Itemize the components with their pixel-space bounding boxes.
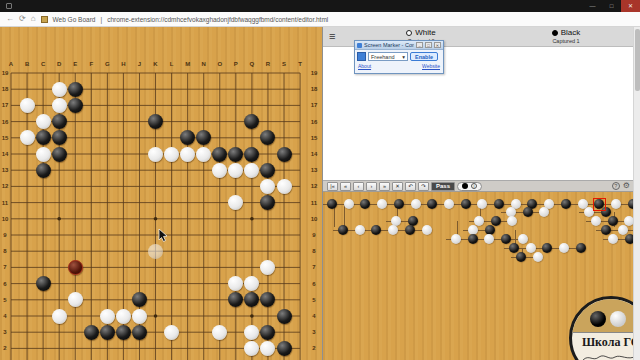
nav-button-4[interactable]: » — [379, 182, 390, 191]
black-stone-icon — [552, 30, 558, 36]
pass-button[interactable]: Pass — [431, 182, 455, 191]
col-label: K — [153, 61, 157, 67]
tree-move-node[interactable] — [394, 199, 404, 209]
tree-move-node[interactable] — [411, 199, 421, 209]
tree-move-node[interactable] — [388, 225, 398, 235]
black-stone — [277, 341, 292, 356]
white-stone — [244, 163, 259, 178]
black-stone — [68, 82, 83, 97]
row-label: 13 — [311, 167, 318, 173]
back-icon[interactable]: ← — [6, 15, 14, 23]
tree-move-node[interactable] — [371, 225, 381, 235]
row-label: 6 — [3, 281, 6, 287]
black-stone — [52, 147, 67, 162]
row-label: 15 — [2, 135, 9, 141]
home-icon[interactable]: ⌂ — [31, 15, 36, 23]
black-stone — [100, 325, 115, 340]
black-stone — [277, 309, 292, 324]
black-stone — [132, 325, 147, 340]
tree-move-node[interactable] — [477, 199, 487, 209]
row-label: 2 — [3, 345, 6, 351]
black-stone — [52, 130, 67, 145]
white-stone — [164, 325, 179, 340]
website-link[interactable]: Website — [422, 63, 440, 69]
row-label: 10 — [2, 216, 9, 222]
black-stone — [68, 98, 83, 113]
tree-move-node[interactable] — [561, 199, 571, 209]
tree-move-node[interactable] — [624, 216, 633, 226]
tree-move-node[interactable] — [608, 234, 618, 244]
tree-move-node[interactable] — [576, 243, 586, 253]
tree-move-node[interactable] — [344, 199, 354, 209]
board-grid — [0, 27, 322, 360]
row-label: 19 — [2, 70, 9, 76]
row-label: 10 — [311, 216, 318, 222]
info-icon[interactable]: i — [471, 183, 477, 189]
chevron-down-icon: ▾ — [402, 54, 405, 60]
tree-move-node[interactable] — [601, 225, 611, 235]
tree-move-node[interactable] — [422, 225, 432, 235]
row-label: 16 — [311, 119, 318, 125]
nav-button-2[interactable]: ‹ — [353, 182, 364, 191]
col-label: Q — [250, 61, 255, 67]
dialog-maximize-button[interactable]: □ — [425, 42, 432, 48]
marked-black-stone — [68, 260, 83, 275]
dialog-titlebar[interactable]: Screen Marker - Con... – □ ✕ — [355, 41, 443, 50]
page-content: AABBCCDDEEFFGGHHJJKKLLMMNNOOPPQQRRSSTT19… — [0, 27, 640, 360]
black-stone — [244, 147, 259, 162]
color-swatch[interactable] — [357, 52, 366, 61]
url-separator: | — [100, 16, 102, 23]
white-stone — [116, 309, 131, 324]
tree-move-node[interactable] — [611, 199, 621, 209]
redo-button[interactable]: ↷ — [418, 182, 429, 191]
tree-move-node[interactable] — [461, 199, 471, 209]
col-label: T — [298, 61, 302, 67]
tree-move-node[interactable] — [618, 225, 628, 235]
white-stone — [132, 309, 147, 324]
white-stone — [164, 147, 179, 162]
row-label: 19 — [311, 70, 318, 76]
row-label: 4 — [312, 313, 315, 319]
row-label: 16 — [2, 119, 9, 125]
dialog-title: Screen Marker - Con... — [364, 42, 414, 48]
tree-move-node[interactable] — [451, 234, 461, 244]
logo-text: Школа ГО — [572, 335, 633, 350]
white-stone — [20, 130, 35, 145]
tree-move-node[interactable] — [516, 252, 526, 262]
row-label: 7 — [312, 264, 315, 270]
ghost-white-stone — [148, 244, 163, 259]
undo-button[interactable]: ↶ — [405, 182, 416, 191]
maximize-button[interactable]: □ — [602, 0, 621, 12]
go-board[interactable]: AABBCCDDEEFFGGHHJJKKLLMMNNOOPPQQRRSSTT19… — [0, 27, 322, 360]
tree-move-node[interactable] — [338, 225, 348, 235]
col-label: R — [266, 61, 270, 67]
col-label: B — [25, 61, 29, 67]
col-label: H — [121, 61, 125, 67]
tree-move-node[interactable] — [523, 207, 533, 217]
tree-move-node[interactable] — [625, 234, 633, 244]
white-stone-icon — [406, 30, 412, 36]
white-stone — [20, 98, 35, 113]
white-stone — [52, 82, 67, 97]
gear-icon[interactable]: ⚙ — [623, 182, 630, 190]
black-stone — [277, 147, 292, 162]
row-label: 5 — [312, 297, 315, 303]
help-icon[interactable]: ? — [612, 182, 620, 190]
tree-move-node[interactable] — [494, 199, 504, 209]
row-label: 3 — [312, 329, 315, 335]
row-label: 8 — [312, 248, 315, 254]
col-label: D — [57, 61, 61, 67]
tree-move-node[interactable] — [509, 243, 519, 253]
col-label: J — [138, 61, 141, 67]
reload-icon[interactable]: ⟳ — [19, 15, 26, 23]
col-label: S — [282, 61, 286, 67]
black-stone — [116, 325, 131, 340]
tree-move-node[interactable] — [591, 216, 601, 226]
browser-url-bar: ← ⟳ ⌂ Web Go Board | chrome-extension://… — [0, 12, 640, 27]
white-stone — [68, 292, 83, 307]
tree-move-node[interactable] — [474, 216, 484, 226]
tree-move-node[interactable] — [491, 216, 501, 226]
white-stone — [100, 309, 115, 324]
close-button[interactable]: ✕ — [621, 0, 640, 12]
screen-marker-dialog[interactable]: Screen Marker - Con... – □ ✕ Freehand▾ E… — [354, 40, 444, 74]
row-label: 18 — [311, 86, 318, 92]
col-label: E — [73, 61, 77, 67]
row-label: 5 — [3, 297, 6, 303]
black-turn-icon — [462, 183, 468, 189]
scrollbar[interactable] — [633, 27, 640, 360]
white-stone — [212, 163, 227, 178]
tree-move-node[interactable] — [327, 199, 337, 209]
row-label: 4 — [3, 313, 6, 319]
col-label: P — [234, 61, 238, 67]
app-icon — [6, 3, 12, 9]
col-label: A — [9, 61, 13, 67]
black-stone — [36, 276, 51, 291]
white-stone — [228, 163, 243, 178]
navigation-toolbar: |««‹›»✕ ↶ ↷ Pass i ? ⚙ — [323, 180, 633, 192]
enable-button[interactable]: Enable — [410, 52, 438, 61]
col-label: C — [41, 61, 45, 67]
logo-signature — [581, 352, 633, 360]
row-label: 18 — [2, 86, 9, 92]
nav-button-5[interactable]: ✕ — [392, 182, 403, 191]
col-label: G — [105, 61, 110, 67]
row-label: 3 — [3, 329, 6, 335]
tree-move-node[interactable] — [542, 243, 552, 253]
row-label: 6 — [312, 281, 315, 287]
extension-favicon — [41, 16, 48, 23]
row-label: 8 — [3, 248, 6, 254]
tree-move-node[interactable] — [355, 225, 365, 235]
white-stone — [52, 309, 67, 324]
row-label: 13 — [2, 167, 9, 173]
tree-move-node[interactable] — [427, 199, 437, 209]
white-stone — [148, 147, 163, 162]
row-label: 9 — [3, 232, 6, 238]
game-panel: ≡ White Captured 0 Black Captured 1 Scre… — [322, 27, 633, 360]
white-stone — [196, 147, 211, 162]
tool-dropdown[interactable]: Freehand▾ — [368, 52, 408, 61]
row-label: 17 — [2, 102, 9, 108]
tree-move-node[interactable] — [444, 199, 454, 209]
row-label: 9 — [312, 232, 315, 238]
row-label: 12 — [311, 183, 318, 189]
about-link[interactable]: About — [358, 63, 371, 69]
tree-move-node[interactable] — [360, 199, 370, 209]
white-stone — [212, 325, 227, 340]
mouse-cursor-icon — [158, 229, 170, 243]
row-label: 14 — [311, 151, 318, 157]
browser-window: — □ ✕ ← ⟳ ⌂ Web Go Board | chrome-extens… — [0, 0, 640, 360]
nav-button-3[interactable]: › — [366, 182, 377, 191]
page-title: Web Go Board — [53, 16, 96, 23]
black-stone — [52, 114, 67, 129]
row-label: 12 — [2, 183, 9, 189]
tree-move-node[interactable] — [539, 207, 549, 217]
black-player[interactable]: Black Captured 1 — [506, 28, 626, 44]
url-text[interactable]: chrome-extension://cdmhcefvokaxghadonjfd… — [107, 16, 328, 23]
black-captured: Captured 1 — [506, 38, 626, 44]
scrollbar-thumb[interactable] — [635, 29, 640, 91]
turn-indicator[interactable]: i — [457, 182, 482, 191]
dialog-icon — [357, 43, 362, 48]
white-stone — [277, 179, 292, 194]
black-stone — [212, 147, 227, 162]
tree-move-node[interactable] — [484, 234, 494, 244]
nav-button-1[interactable]: « — [340, 182, 351, 191]
row-label: 7 — [3, 264, 6, 270]
white-stone — [180, 147, 195, 162]
tree-move-node[interactable] — [559, 243, 569, 253]
nav-button-0[interactable]: |« — [327, 182, 338, 191]
white-stone — [36, 147, 51, 162]
minimize-button[interactable]: — — [583, 0, 602, 12]
col-label: N — [202, 61, 206, 67]
current-move-highlight — [593, 198, 606, 211]
dialog-minimize-button[interactable]: – — [416, 42, 423, 48]
white-stone — [36, 114, 51, 129]
white-stone — [52, 98, 67, 113]
tree-move-node[interactable] — [507, 216, 517, 226]
tree-move-node[interactable] — [518, 234, 528, 244]
row-label: 14 — [2, 151, 9, 157]
black-stone — [36, 130, 51, 145]
tree-move-node[interactable] — [501, 234, 511, 244]
black-stone — [36, 163, 51, 178]
tree-move-node[interactable] — [468, 234, 478, 244]
row-label: 2 — [312, 345, 315, 351]
black-stone — [228, 147, 243, 162]
browser-titlebar: — □ ✕ — [0, 0, 640, 12]
window-controls: — □ ✕ — [583, 0, 640, 12]
black-stone — [84, 325, 99, 340]
tree-move-node[interactable] — [526, 243, 536, 253]
tree-move-node[interactable] — [608, 216, 618, 226]
row-label: 11 — [2, 200, 8, 206]
logo-black-stone — [590, 311, 606, 327]
dialog-close-button[interactable]: ✕ — [434, 42, 441, 48]
tree-move-node[interactable] — [377, 199, 387, 209]
col-label: F — [89, 61, 93, 67]
row-label: 17 — [311, 102, 318, 108]
col-label: L — [170, 61, 174, 67]
white-stone — [244, 325, 259, 340]
logo-white-stone — [610, 311, 626, 327]
tree-move-node[interactable] — [533, 252, 543, 262]
tree-move-node[interactable] — [405, 225, 415, 235]
col-label: M — [185, 61, 190, 67]
row-label: 15 — [311, 135, 318, 141]
row-label: 11 — [311, 200, 317, 206]
col-label: O — [217, 61, 222, 67]
menu-icon[interactable]: ≡ — [329, 30, 335, 42]
